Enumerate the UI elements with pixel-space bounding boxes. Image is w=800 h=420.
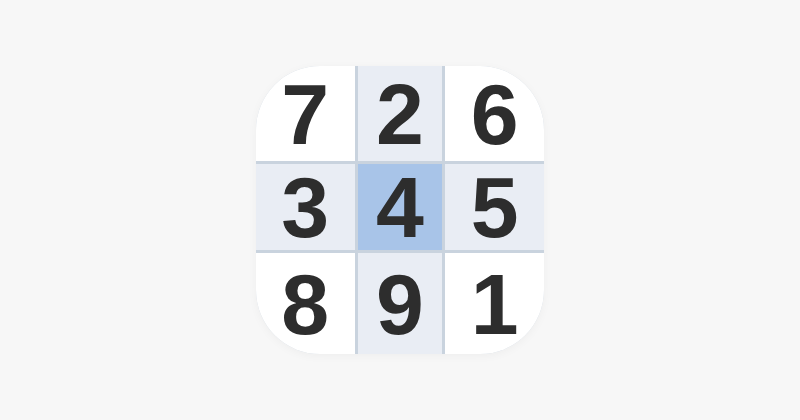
cell-r1c1[interactable]: 4 <box>358 164 443 250</box>
sudoku-app-icon[interactable]: 7 2 6 3 4 5 8 9 1 <box>256 66 544 354</box>
cell-r0c0[interactable]: 7 <box>256 66 355 161</box>
cell-r1c2[interactable]: 5 <box>445 164 544 250</box>
cell-r0c2[interactable]: 6 <box>445 66 544 161</box>
cell-r0c1[interactable]: 2 <box>358 66 443 161</box>
cell-r1c0[interactable]: 3 <box>256 164 355 250</box>
cell-r2c1[interactable]: 9 <box>358 253 443 354</box>
page-background: 7 2 6 3 4 5 8 9 1 <box>0 0 800 420</box>
cell-r2c0[interactable]: 8 <box>256 253 355 354</box>
cell-r2c2[interactable]: 1 <box>445 253 544 354</box>
